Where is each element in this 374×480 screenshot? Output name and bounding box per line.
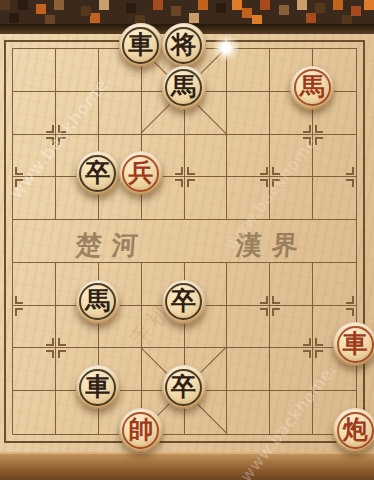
piece-character: 車 <box>85 374 110 399</box>
piece-black-general[interactable]: 将 <box>162 23 206 67</box>
piece-character: 車 <box>128 32 153 57</box>
piece-black-horse[interactable]: 馬 <box>162 66 206 110</box>
piece-character: 炮 <box>343 417 368 442</box>
piece-red-cannon[interactable]: 炮 <box>333 408 374 452</box>
piece-character: 卒 <box>171 288 196 313</box>
piece-red-chariot[interactable]: 車 <box>333 322 374 366</box>
piece-black-chariot[interactable]: 車 <box>76 365 120 409</box>
piece-red-soldier[interactable]: 兵 <box>119 151 163 195</box>
piece-black-horse[interactable]: 馬 <box>76 280 120 324</box>
piece-character: 帥 <box>128 417 153 442</box>
xiangqi-app-screen: { "game": "xiangqi", "board": { "river_l… <box>0 0 374 480</box>
piece-character: 車 <box>343 331 368 356</box>
piece-red-horse[interactable]: 馬 <box>290 66 334 110</box>
piece-black-chariot[interactable]: 車 <box>119 23 163 67</box>
piece-red-general[interactable]: 帥 <box>119 408 163 452</box>
piece-character: 馬 <box>85 288 110 313</box>
piece-black-soldier[interactable]: 卒 <box>162 365 206 409</box>
piece-black-soldier[interactable]: 卒 <box>76 151 120 195</box>
piece-character: 兵 <box>128 160 153 185</box>
piece-character: 馬 <box>171 74 196 99</box>
piece-character: 卒 <box>171 374 196 399</box>
piece-character: 将 <box>171 32 196 57</box>
piece-character: 馬 <box>300 74 325 99</box>
pieces-layer: 車将馬馬卒兵馬卒車車卒帥炮 <box>0 0 374 480</box>
piece-black-soldier[interactable]: 卒 <box>162 280 206 324</box>
piece-character: 卒 <box>85 160 110 185</box>
